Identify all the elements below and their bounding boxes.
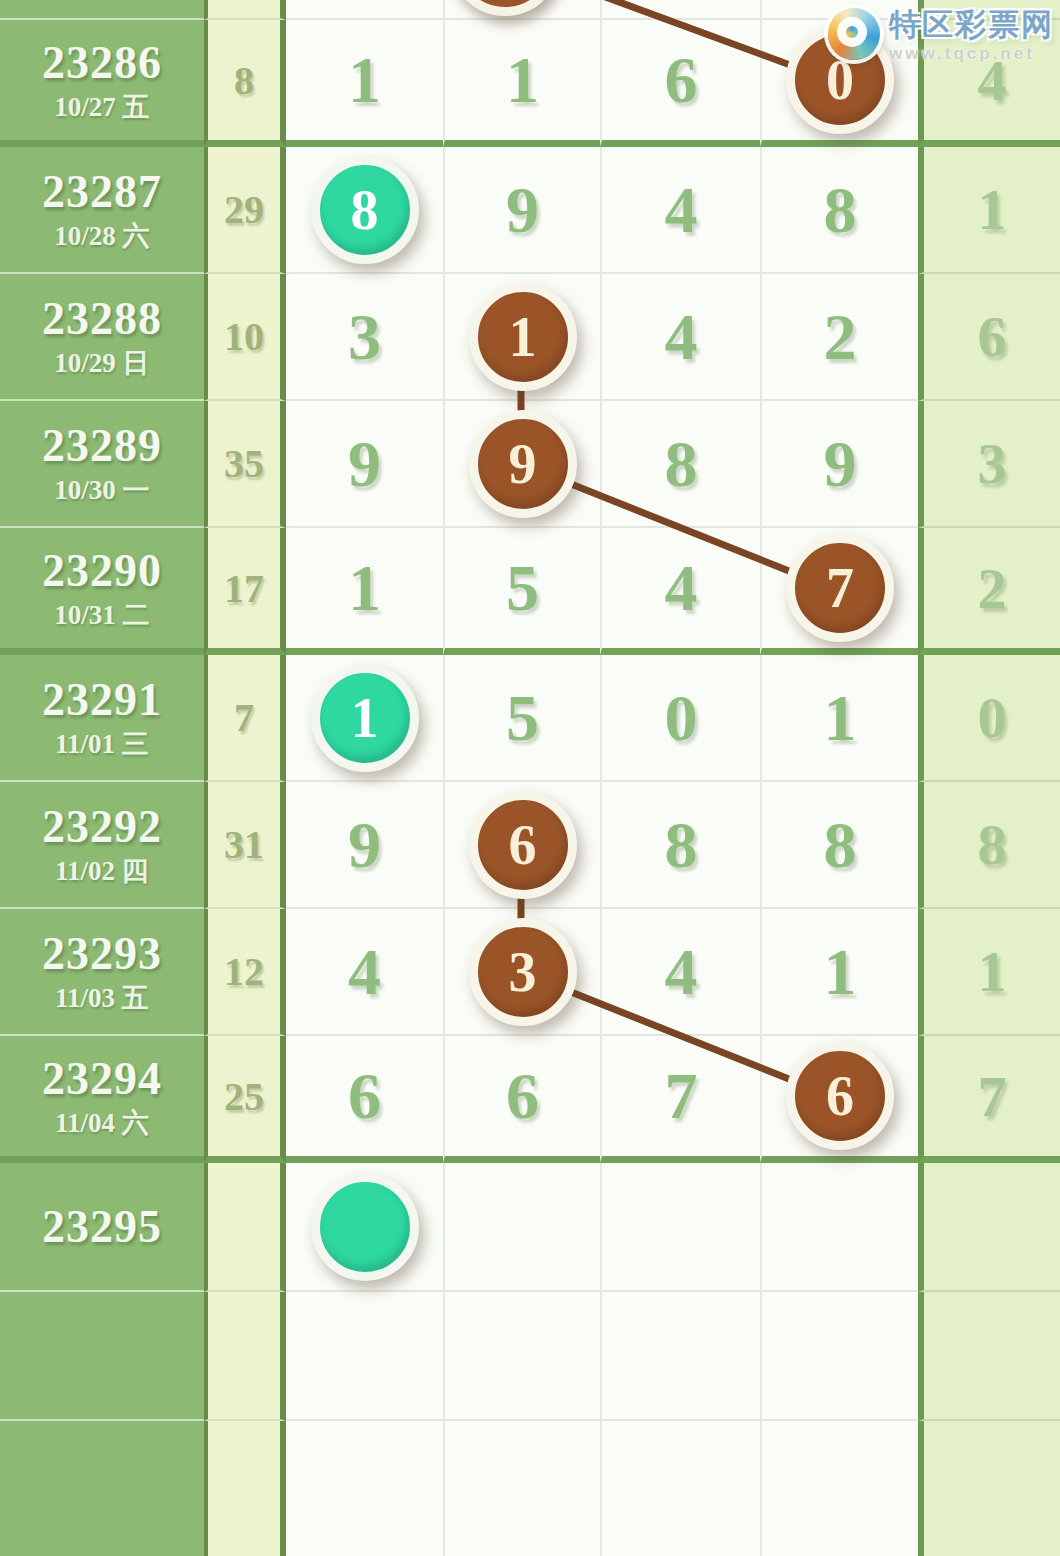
digit-cell: 4 bbox=[600, 909, 760, 1036]
tail-digit-value: 0 bbox=[978, 684, 1007, 751]
tail-digit-value: 2 bbox=[978, 555, 1007, 622]
chart-row-23291: 2329111/01 三715010 bbox=[0, 655, 1060, 782]
issue-number: 23290 bbox=[42, 548, 162, 594]
digit-value: 9 bbox=[348, 426, 381, 502]
chart-row-23294: 2329411/04 六2566767 bbox=[0, 1036, 1060, 1163]
digit-cell: 8 bbox=[760, 147, 918, 274]
sum-cell bbox=[204, 0, 286, 20]
sum-cell bbox=[204, 1163, 286, 1292]
digit-cell: 9 bbox=[286, 782, 443, 909]
site-logo-text: 特区彩票网 www.tqcp.net bbox=[889, 8, 1054, 64]
sum-value: 25 bbox=[224, 1073, 264, 1120]
draw-date: 10/27 五 bbox=[54, 94, 149, 121]
site-name: 特区彩票网 bbox=[889, 8, 1054, 42]
sum-value: 17 bbox=[224, 565, 264, 612]
digit-value: 1 bbox=[824, 680, 857, 756]
tail-cell: 0 bbox=[918, 655, 1060, 782]
sum-cell: 10 bbox=[204, 274, 286, 401]
sum-cell: 7 bbox=[204, 655, 286, 782]
digit-cell: 9 bbox=[760, 401, 918, 528]
digit-value: 4 bbox=[665, 172, 698, 248]
digit-cell: 5 bbox=[443, 655, 600, 782]
draw-date: 11/03 五 bbox=[55, 985, 149, 1012]
tail-cell: 8 bbox=[918, 782, 1060, 909]
digit-cell bbox=[286, 1163, 443, 1292]
digit-value: 4 bbox=[665, 934, 698, 1010]
highlight-circle-brown: 7 bbox=[786, 534, 894, 642]
digit-cell: 8 bbox=[286, 147, 443, 274]
issue-number: 23295 bbox=[42, 1204, 162, 1250]
tail-cell: 6 bbox=[918, 274, 1060, 401]
digit-cell bbox=[286, 1421, 443, 1556]
sum-cell: 17 bbox=[204, 528, 286, 655]
digit-cell: 1 bbox=[760, 655, 918, 782]
digit-cell: 4 bbox=[600, 528, 760, 655]
sum-cell: 12 bbox=[204, 909, 286, 1036]
draw-date: 11/02 四 bbox=[55, 858, 149, 885]
sum-cell: 8 bbox=[204, 20, 286, 147]
issue-number: 23289 bbox=[42, 423, 162, 469]
digit-value: 6 bbox=[506, 1058, 539, 1134]
digit-cell: 6 bbox=[600, 20, 760, 147]
highlight-circle-brown: 6 bbox=[469, 791, 577, 899]
digit-value: 1 bbox=[348, 42, 381, 118]
digit-cell: 9 bbox=[443, 147, 600, 274]
digit-value: 2 bbox=[824, 299, 857, 375]
digit-cell: 7 bbox=[600, 1036, 760, 1163]
sum-value: 8 bbox=[234, 57, 254, 104]
sum-value: 29 bbox=[224, 186, 264, 233]
digit-cell bbox=[286, 0, 443, 20]
site-url: www.tqcp.net bbox=[889, 44, 1054, 64]
issue-cell: 2328710/28 六 bbox=[0, 147, 204, 274]
tail-cell: 3 bbox=[918, 401, 1060, 528]
digit-cell bbox=[760, 1292, 918, 1421]
trend-grid: 2328610/27 五8116042328710/28 六2989481232… bbox=[0, 0, 1060, 1556]
site-logo: 特区彩票网 www.tqcp.net bbox=[828, 8, 1054, 64]
digit-cell: 3 bbox=[443, 909, 600, 1036]
digit-cell bbox=[286, 1292, 443, 1421]
digit-cell bbox=[600, 1163, 760, 1292]
digit-cell: 8 bbox=[600, 782, 760, 909]
tail-digit-value: 3 bbox=[978, 430, 1007, 497]
draw-date: 11/04 六 bbox=[55, 1110, 149, 1137]
digit-cell: 4 bbox=[600, 147, 760, 274]
digit-cell: 3 bbox=[286, 274, 443, 401]
highlight-circle-brown: 9 bbox=[469, 410, 577, 518]
sum-value: 35 bbox=[224, 440, 264, 487]
digit-value: 8 bbox=[824, 807, 857, 883]
digit-value: 1 bbox=[506, 42, 539, 118]
digit-cell: 1 bbox=[286, 20, 443, 147]
issue-number: 23287 bbox=[42, 169, 162, 215]
digit-value: 1 bbox=[824, 934, 857, 1010]
digit-value: 9 bbox=[348, 807, 381, 883]
digit-cell bbox=[760, 1421, 918, 1556]
tail-cell: 7 bbox=[918, 1036, 1060, 1163]
issue-cell: 2328910/30 一 bbox=[0, 401, 204, 528]
highlight-circle-brown: 6 bbox=[786, 1042, 894, 1150]
sum-value: 31 bbox=[224, 821, 264, 868]
tail-cell: 2 bbox=[918, 528, 1060, 655]
chart-row-23288: 2328810/29 日1031426 bbox=[0, 274, 1060, 401]
issue-cell: 2329411/04 六 bbox=[0, 1036, 204, 1163]
digit-cell bbox=[600, 0, 760, 20]
tail-digit-value: 8 bbox=[978, 811, 1007, 878]
chart-row-23289: 2328910/30 一3599893 bbox=[0, 401, 1060, 528]
issue-cell: 2329010/31 二 bbox=[0, 528, 204, 655]
tail-cell bbox=[918, 1163, 1060, 1292]
issue-cell: 2328810/29 日 bbox=[0, 274, 204, 401]
tail-cell bbox=[918, 1292, 1060, 1421]
issue-number: 23291 bbox=[42, 677, 162, 723]
digit-cell: 0 bbox=[600, 655, 760, 782]
draw-date: 10/30 一 bbox=[54, 477, 149, 504]
issue-cell: 2329111/01 三 bbox=[0, 655, 204, 782]
digit-value: 4 bbox=[348, 934, 381, 1010]
digit-cell: 1 bbox=[443, 274, 600, 401]
digit-value: 9 bbox=[506, 172, 539, 248]
digit-cell bbox=[443, 1421, 600, 1556]
chart-row-23293: 2329311/03 五1243411 bbox=[0, 909, 1060, 1036]
sum-cell bbox=[204, 1421, 286, 1556]
highlight-circle-green: 1 bbox=[311, 664, 419, 772]
sum-cell: 31 bbox=[204, 782, 286, 909]
digit-cell: 8 bbox=[760, 782, 918, 909]
digit-cell: 1 bbox=[443, 20, 600, 147]
digit-value: 5 bbox=[506, 550, 539, 626]
chart-row-23290: 2329010/31 二1715472 bbox=[0, 528, 1060, 655]
digit-value: 6 bbox=[665, 42, 698, 118]
chart-row-empty bbox=[0, 1421, 1060, 1556]
digit-cell: 7 bbox=[760, 528, 918, 655]
digit-cell: 6 bbox=[443, 782, 600, 909]
lottery-trend-chart: 2328610/27 五8116042328710/28 六2989481232… bbox=[0, 0, 1060, 1556]
issue-cell: 2329311/03 五 bbox=[0, 909, 204, 1036]
highlight-circle-green: 8 bbox=[311, 156, 419, 264]
digit-value: 5 bbox=[506, 680, 539, 756]
digit-cell: 9 bbox=[286, 401, 443, 528]
digit-value: 6 bbox=[348, 1058, 381, 1134]
digit-value: 1 bbox=[348, 550, 381, 626]
highlight-circle-green-empty bbox=[311, 1173, 419, 1281]
issue-cell: 2328610/27 五 bbox=[0, 20, 204, 147]
tail-digit-value: 1 bbox=[978, 938, 1007, 1005]
sum-cell: 35 bbox=[204, 401, 286, 528]
digit-cell: 6 bbox=[286, 1036, 443, 1163]
chart-row-23295: 23295 bbox=[0, 1163, 1060, 1292]
digit-cell bbox=[443, 1292, 600, 1421]
digit-value: 8 bbox=[665, 426, 698, 502]
digit-cell bbox=[600, 1292, 760, 1421]
tail-cell bbox=[918, 1421, 1060, 1556]
digit-cell: 4 bbox=[286, 909, 443, 1036]
digit-value: 8 bbox=[665, 807, 698, 883]
digit-value: 3 bbox=[348, 299, 381, 375]
digit-value: 0 bbox=[665, 680, 698, 756]
chart-row-empty bbox=[0, 1292, 1060, 1421]
tail-digit-value: 1 bbox=[978, 176, 1007, 243]
digit-cell: 9 bbox=[443, 401, 600, 528]
digit-cell: 1 bbox=[286, 655, 443, 782]
digit-cell bbox=[760, 1163, 918, 1292]
issue-number: 23286 bbox=[42, 40, 162, 86]
sum-cell: 25 bbox=[204, 1036, 286, 1163]
digit-cell: 8 bbox=[600, 401, 760, 528]
digit-cell: 4 bbox=[600, 274, 760, 401]
digit-value: 4 bbox=[665, 550, 698, 626]
digit-cell: 1 bbox=[286, 528, 443, 655]
chart-row-23287: 2328710/28 六2989481 bbox=[0, 147, 1060, 274]
draw-date: 10/29 日 bbox=[54, 350, 149, 377]
issue-cell: 2329211/02 四 bbox=[0, 782, 204, 909]
digit-cell: 5 bbox=[443, 528, 600, 655]
issue-cell bbox=[0, 0, 204, 20]
digit-value: 8 bbox=[824, 172, 857, 248]
sum-value: 7 bbox=[234, 694, 254, 741]
digit-value: 7 bbox=[665, 1058, 698, 1134]
tail-digit-value: 6 bbox=[978, 303, 1007, 370]
digit-value: 4 bbox=[665, 299, 698, 375]
sum-cell: 29 bbox=[204, 147, 286, 274]
draw-date: 10/28 六 bbox=[54, 223, 149, 250]
swirl-logo-icon bbox=[828, 8, 880, 60]
highlight-circle-brown: 3 bbox=[469, 918, 577, 1026]
tail-digit-value: 7 bbox=[978, 1063, 1007, 1130]
tail-cell: 1 bbox=[918, 147, 1060, 274]
digit-value: 9 bbox=[824, 426, 857, 502]
digit-cell: 2 bbox=[760, 274, 918, 401]
tail-cell: 1 bbox=[918, 909, 1060, 1036]
chart-row-23292: 2329211/02 四3196888 bbox=[0, 782, 1060, 909]
digit-cell bbox=[443, 1163, 600, 1292]
issue-number: 23292 bbox=[42, 804, 162, 850]
highlight-circle-brown: 1 bbox=[469, 283, 577, 391]
draw-date: 11/01 三 bbox=[55, 731, 149, 758]
digit-cell: 6 bbox=[443, 1036, 600, 1163]
issue-number: 23294 bbox=[42, 1056, 162, 1102]
issue-cell bbox=[0, 1292, 204, 1421]
digit-cell: 6 bbox=[760, 1036, 918, 1163]
sum-cell bbox=[204, 1292, 286, 1421]
sum-value: 12 bbox=[224, 948, 264, 995]
issue-cell: 23295 bbox=[0, 1163, 204, 1292]
issue-number: 23293 bbox=[42, 931, 162, 977]
issue-cell bbox=[0, 1421, 204, 1556]
sum-value: 10 bbox=[224, 313, 264, 360]
digit-cell: 1 bbox=[760, 909, 918, 1036]
digit-cell bbox=[600, 1421, 760, 1556]
issue-number: 23288 bbox=[42, 296, 162, 342]
draw-date: 10/31 二 bbox=[54, 602, 149, 629]
